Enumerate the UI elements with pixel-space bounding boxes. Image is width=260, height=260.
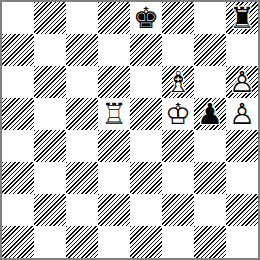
- square-h7[interactable]: [226, 34, 258, 66]
- square-h5[interactable]: ♟♙: [226, 98, 258, 130]
- square-a1[interactable]: [2, 226, 34, 258]
- square-h6[interactable]: ♟♙: [226, 66, 258, 98]
- square-e8[interactable]: ♚♚: [130, 2, 162, 34]
- piece-halo: ♜: [98, 98, 130, 130]
- square-h3[interactable]: [226, 162, 258, 194]
- square-e5[interactable]: [130, 98, 162, 130]
- square-g5[interactable]: ♟♟: [194, 98, 226, 130]
- square-f3[interactable]: [162, 162, 194, 194]
- piece-halo: ♟: [226, 98, 258, 130]
- square-b8[interactable]: [34, 2, 66, 34]
- piece-black-pawn: ♟: [194, 98, 226, 130]
- square-c8[interactable]: [66, 2, 98, 34]
- square-d7[interactable]: [98, 34, 130, 66]
- square-b5[interactable]: [34, 98, 66, 130]
- square-f5[interactable]: ♚♔: [162, 98, 194, 130]
- square-h2[interactable]: [226, 194, 258, 226]
- chess-diagram: ♚♚♜♜♝♗♟♙♜♖♚♔♟♟♟♙: [0, 0, 260, 260]
- square-b7[interactable]: [34, 34, 66, 66]
- square-g3[interactable]: [194, 162, 226, 194]
- square-a6[interactable]: [2, 66, 34, 98]
- square-f1[interactable]: [162, 226, 194, 258]
- square-h4[interactable]: [226, 130, 258, 162]
- square-c1[interactable]: [66, 226, 98, 258]
- square-g8[interactable]: [194, 2, 226, 34]
- square-e4[interactable]: [130, 130, 162, 162]
- square-e7[interactable]: [130, 34, 162, 66]
- piece-halo: ♚: [162, 98, 194, 130]
- square-b4[interactable]: [34, 130, 66, 162]
- square-g6[interactable]: [194, 66, 226, 98]
- piece-white-pawn: ♙: [226, 66, 258, 98]
- square-h8[interactable]: ♜♜: [226, 2, 258, 34]
- piece-white-bishop: ♗: [162, 66, 194, 98]
- square-g7[interactable]: [194, 34, 226, 66]
- square-d2[interactable]: [98, 194, 130, 226]
- piece-halo: ♚: [130, 2, 162, 34]
- square-g4[interactable]: [194, 130, 226, 162]
- square-f6[interactable]: ♝♗: [162, 66, 194, 98]
- piece-white-pawn: ♙: [226, 98, 258, 130]
- square-c4[interactable]: [66, 130, 98, 162]
- square-d5[interactable]: ♜♖: [98, 98, 130, 130]
- piece-halo: ♟: [194, 98, 226, 130]
- square-b3[interactable]: [34, 162, 66, 194]
- square-b2[interactable]: [34, 194, 66, 226]
- square-d6[interactable]: [98, 66, 130, 98]
- square-g2[interactable]: [194, 194, 226, 226]
- square-a3[interactable]: [2, 162, 34, 194]
- square-f8[interactable]: [162, 2, 194, 34]
- square-c7[interactable]: [66, 34, 98, 66]
- piece-white-king: ♔: [162, 98, 194, 130]
- square-b1[interactable]: [34, 226, 66, 258]
- square-h1[interactable]: [226, 226, 258, 258]
- square-e6[interactable]: [130, 66, 162, 98]
- piece-white-rook: ♖: [98, 98, 130, 130]
- piece-halo: ♜: [226, 2, 258, 34]
- square-d8[interactable]: [98, 2, 130, 34]
- chess-board: ♚♚♜♜♝♗♟♙♜♖♚♔♟♟♟♙: [0, 0, 260, 260]
- piece-halo: ♟: [226, 66, 258, 98]
- square-a4[interactable]: [2, 130, 34, 162]
- square-a7[interactable]: [2, 34, 34, 66]
- square-b6[interactable]: [34, 66, 66, 98]
- square-e2[interactable]: [130, 194, 162, 226]
- square-g1[interactable]: [194, 226, 226, 258]
- piece-black-rook: ♜: [226, 2, 258, 34]
- square-f2[interactable]: [162, 194, 194, 226]
- square-a8[interactable]: [2, 2, 34, 34]
- square-a2[interactable]: [2, 194, 34, 226]
- square-d4[interactable]: [98, 130, 130, 162]
- square-a5[interactable]: [2, 98, 34, 130]
- square-c6[interactable]: [66, 66, 98, 98]
- square-f4[interactable]: [162, 130, 194, 162]
- square-c3[interactable]: [66, 162, 98, 194]
- square-e3[interactable]: [130, 162, 162, 194]
- square-d3[interactable]: [98, 162, 130, 194]
- square-c5[interactable]: [66, 98, 98, 130]
- square-c2[interactable]: [66, 194, 98, 226]
- piece-halo: ♝: [162, 66, 194, 98]
- square-d1[interactable]: [98, 226, 130, 258]
- piece-black-king: ♚: [130, 2, 162, 34]
- square-e1[interactable]: [130, 226, 162, 258]
- square-f7[interactable]: [162, 34, 194, 66]
